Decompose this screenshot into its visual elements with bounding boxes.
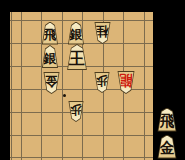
grid-line-vertical [62, 12, 63, 160]
piece-kanji-ou-king-sente: 王 [69, 48, 85, 67]
piece-face: 龍 [118, 72, 134, 93]
piece-face: 金 [44, 73, 59, 93]
grid-line-vertical [144, 12, 145, 160]
piece-face: 飛 [158, 109, 176, 131]
piece-kanji-hisha-rook-sente: 飛 [44, 25, 57, 41]
piece-kanji-fu-pawn-gote: 歩 [96, 75, 108, 90]
piece-outline: 飛 [42, 22, 59, 45]
piece-face: 桂 [95, 23, 110, 43]
piece-outline: 歩 [68, 101, 84, 122]
piece-kanji-fu-pawn-gote-2: 歩 [70, 104, 82, 119]
piece-face: 歩 [95, 73, 109, 92]
piece-face: 歩 [69, 102, 83, 121]
piece-face: 金 [158, 136, 176, 158]
board-piece-ryu-dragon-gote[interactable]: 龍 [117, 71, 135, 94]
piece-kanji-hand-hisha-rook: 飛 [160, 111, 175, 129]
piece-kanji-hand-kin-gold: 金 [160, 138, 175, 156]
star-point-dot [63, 94, 66, 97]
piece-outline: 飛 [157, 108, 177, 132]
grid-line-horizontal [10, 135, 153, 136]
piece-outline: 銀 [42, 45, 59, 68]
piece-outline: 金 [157, 135, 177, 159]
piece-outline: 桂 [94, 22, 111, 44]
board-piece-ou-king-sente[interactable]: 王 [67, 44, 88, 70]
board-piece-kin-gold-gote[interactable]: 金 [43, 72, 60, 94]
hand-piece-hand-kin-gold[interactable]: 金 [157, 135, 177, 159]
piece-outline: 龍 [117, 71, 135, 94]
piece-kanji-gin-silver-sente: 銀 [70, 25, 83, 41]
piece-kanji-gin-silver-sente-2: 銀 [44, 49, 57, 65]
piece-outline: 王 [67, 44, 88, 70]
board-piece-fu-pawn-gote-2[interactable]: 歩 [68, 101, 84, 122]
board-piece-kei-knight-gote[interactable]: 桂 [94, 22, 111, 44]
piece-outline: 銀 [68, 22, 85, 45]
shogi-app-screen: 飛銀桂銀王金歩龍歩飛金 [0, 0, 185, 160]
piece-face: 銀 [69, 23, 84, 44]
piece-face: 飛 [43, 23, 58, 44]
board-piece-hisha-rook-sente[interactable]: 飛 [42, 22, 59, 45]
piece-kanji-kei-knight-gote: 桂 [96, 25, 109, 41]
board-piece-gin-silver-sente-2[interactable]: 銀 [42, 45, 59, 68]
piece-face: 銀 [43, 46, 58, 67]
grid-line-horizontal [10, 157, 153, 158]
piece-outline: 金 [43, 72, 60, 94]
piece-face: 王 [68, 45, 87, 69]
board-piece-fu-pawn-gote[interactable]: 歩 [94, 72, 110, 93]
grid-line-vertical [21, 12, 22, 160]
piece-kanji-ryu-dragon-gote: 龍 [119, 74, 133, 91]
piece-kanji-kin-gold-gote: 金 [45, 75, 58, 91]
piece-outline: 歩 [94, 72, 110, 93]
board-piece-gin-silver-sente[interactable]: 銀 [68, 22, 85, 45]
grid-line-vertical [11, 12, 12, 160]
hand-piece-hand-hisha-rook[interactable]: 飛 [157, 108, 177, 132]
